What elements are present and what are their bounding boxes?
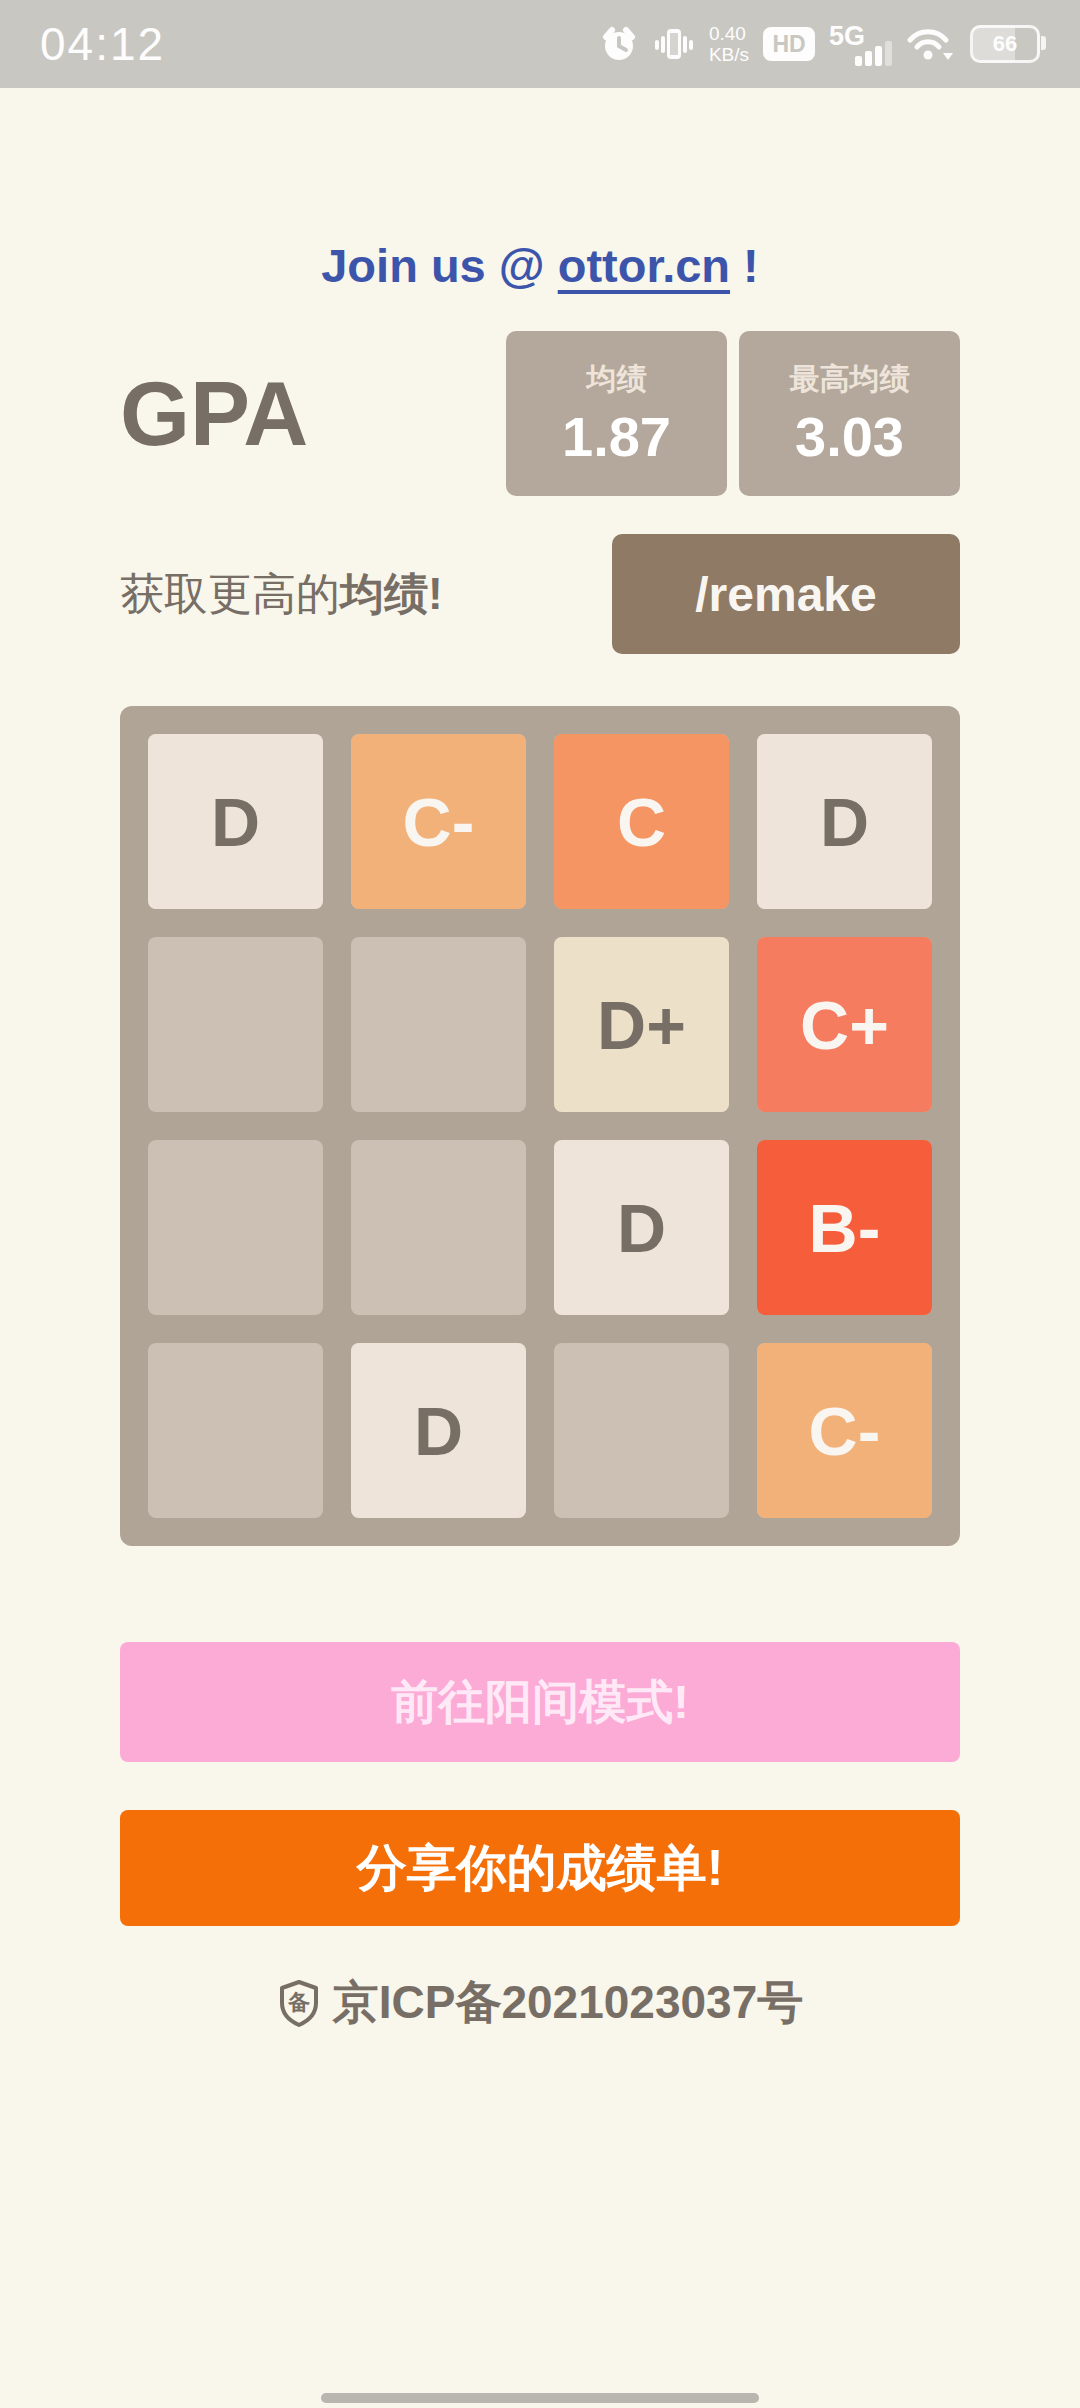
- score-label: 均绩: [587, 359, 647, 400]
- tile-B-: B-: [757, 1140, 932, 1315]
- board-cell: C-: [757, 1343, 932, 1518]
- board-cell: D: [757, 734, 932, 909]
- alarm-icon: [599, 24, 639, 64]
- sub-header-row: 获取更高的均绩! /remake: [120, 534, 960, 654]
- status-icons: 0.40 KB/s HD 5G 66: [599, 23, 1040, 66]
- board-cell-empty: [148, 1343, 323, 1518]
- board-cell-empty: [351, 937, 526, 1112]
- signal-bars-icon: [855, 41, 892, 66]
- network-speed-value: 0.40: [709, 23, 749, 44]
- best-score-value: 3.03: [795, 404, 904, 469]
- battery-icon: 66: [970, 25, 1040, 63]
- app-content: Join us @ ottor.cn ! GPA 均绩 1.87 最高均绩 3.…: [120, 238, 960, 2034]
- share-button[interactable]: 分享你的成绩单!: [120, 1810, 960, 1926]
- goal-text: 获取更高的均绩!: [120, 565, 443, 624]
- clock-time: 04:12: [40, 17, 165, 71]
- tile-D: D: [554, 1140, 729, 1315]
- tile-C: C: [554, 734, 729, 909]
- board-cell-empty: [148, 1140, 323, 1315]
- icp-number: 京ICP备2021023037号: [333, 1972, 804, 2034]
- wifi-icon: [906, 25, 956, 63]
- mode-switch-button[interactable]: 前往阳间模式!: [120, 1642, 960, 1762]
- board-cell: D: [554, 1140, 729, 1315]
- board-cell: D: [148, 734, 323, 909]
- tile-C+: C+: [757, 937, 932, 1112]
- board-cell: B-: [757, 1140, 932, 1315]
- tile-D: D: [757, 734, 932, 909]
- tile-D: D: [148, 734, 323, 909]
- board-cell: D: [351, 1343, 526, 1518]
- hd-icon: HD: [763, 27, 815, 61]
- icp-shield-glyph: 备: [287, 1990, 311, 2015]
- goal-text-normal: 获取更高的: [120, 569, 340, 618]
- icp-shield-icon: 备: [277, 1979, 321, 2027]
- score-box-best: 最高均绩 3.03: [739, 331, 960, 496]
- status-bar: 04:12 0.40 KB/s HD 5G: [0, 0, 1080, 88]
- board-cell: D+: [554, 937, 729, 1112]
- board-cell: C: [554, 734, 729, 909]
- remake-button[interactable]: /remake: [612, 534, 960, 654]
- tile-C-: C-: [351, 734, 526, 909]
- tile-D+: D+: [554, 937, 729, 1112]
- icp-footer[interactable]: 备 京ICP备2021023037号: [120, 1972, 960, 2034]
- network-speed: 0.40 KB/s: [709, 23, 749, 65]
- join-prefix: Join us @: [321, 239, 544, 292]
- goal-text-bold: 均绩!: [340, 569, 443, 618]
- join-suffix: !: [743, 239, 759, 292]
- best-score-label: 最高均绩: [790, 359, 910, 400]
- network-speed-unit: KB/s: [709, 44, 749, 65]
- score-box-current: 均绩 1.87: [506, 331, 727, 496]
- join-heading: Join us @ ottor.cn !: [120, 238, 960, 293]
- ottor-link[interactable]: ottor.cn: [558, 239, 730, 292]
- game-board[interactable]: DC-CDD+C+DB-DC-: [120, 706, 960, 1546]
- page-title: GPA: [120, 369, 308, 459]
- home-indicator[interactable]: [321, 2393, 759, 2403]
- score-boxes: 均绩 1.87 最高均绩 3.03: [506, 331, 960, 496]
- signal-5g-icon: 5G: [829, 23, 892, 66]
- tile-C-: C-: [757, 1343, 932, 1518]
- battery-percent: 66: [993, 31, 1017, 57]
- board-cell-empty: [351, 1140, 526, 1315]
- vibrate-icon: [653, 24, 695, 64]
- board-cell: C+: [757, 937, 932, 1112]
- board-cell: C-: [351, 734, 526, 909]
- tile-D: D: [351, 1343, 526, 1518]
- score-value: 1.87: [562, 404, 671, 469]
- board-cell-empty: [148, 937, 323, 1112]
- board-cell-empty: [554, 1343, 729, 1518]
- header-row: GPA 均绩 1.87 最高均绩 3.03: [120, 331, 960, 496]
